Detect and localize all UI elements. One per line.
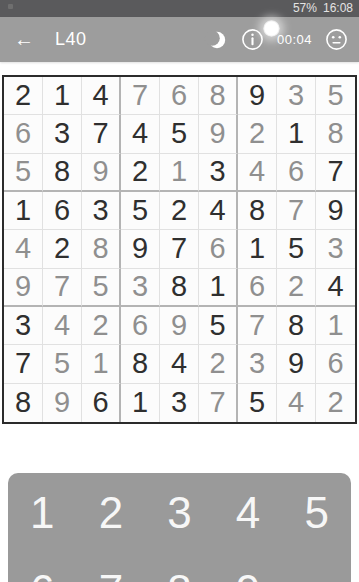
grid-cell-r3c9[interactable]: 7 [316, 154, 355, 192]
grid-cell-r6c6[interactable]: 1 [199, 269, 238, 307]
grid-cell-r8c1[interactable]: 7 [4, 345, 43, 383]
numpad-key-2[interactable]: 2 [77, 473, 146, 553]
numpad-key-8[interactable]: 8 [145, 553, 214, 582]
grid-cell-r3c7[interactable]: 4 [238, 154, 277, 192]
grid-cell-r1c3[interactable]: 4 [82, 77, 121, 115]
notification-icon [8, 4, 13, 9]
grid-cell-r8c4[interactable]: 8 [121, 345, 160, 383]
grid-cell-r1c5[interactable]: 6 [160, 77, 199, 115]
highlight-dot [263, 20, 280, 37]
grid-cell-r2c7[interactable]: 2 [238, 115, 277, 153]
grid-cell-r3c8[interactable]: 6 [277, 154, 316, 192]
grid-cell-r7c9[interactable]: 1 [316, 307, 355, 345]
grid-cell-r6c9[interactable]: 4 [316, 269, 355, 307]
grid-cell-r7c2[interactable]: 4 [43, 307, 82, 345]
numpad-key-5[interactable]: 5 [282, 473, 351, 553]
grid-cell-r1c4[interactable]: 7 [121, 77, 160, 115]
grid-cell-r5c3[interactable]: 8 [82, 230, 121, 268]
numpad-key-7[interactable]: 7 [77, 553, 146, 582]
numpad-key-4[interactable]: 4 [214, 473, 283, 553]
grid-cell-r2c1[interactable]: 6 [4, 115, 43, 153]
grid-cell-r3c2[interactable]: 8 [43, 154, 82, 192]
grid-cell-r4c1[interactable]: 1 [4, 192, 43, 230]
grid-cell-r6c4[interactable]: 3 [121, 269, 160, 307]
grid-cell-r9c3[interactable]: 6 [82, 384, 121, 422]
grid-cell-r5c4[interactable]: 9 [121, 230, 160, 268]
grid-cell-r4c2[interactable]: 6 [43, 192, 82, 230]
grid-cell-r9c8[interactable]: 4 [277, 384, 316, 422]
grid-cell-r5c6[interactable]: 6 [199, 230, 238, 268]
grid-cell-r2c3[interactable]: 7 [82, 115, 121, 153]
grid-cell-r5c5[interactable]: 7 [160, 230, 199, 268]
grid-cell-r7c5[interactable]: 9 [160, 307, 199, 345]
grid-cell-r5c1[interactable]: 4 [4, 230, 43, 268]
grid-cell-r9c7[interactable]: 5 [238, 384, 277, 422]
status-bar: 57% 16:08 [0, 0, 359, 17]
grid-cell-r1c7[interactable]: 9 [238, 77, 277, 115]
info-icon[interactable] [241, 28, 264, 51]
grid-cell-r5c8[interactable]: 5 [277, 230, 316, 268]
grid-cell-r6c8[interactable]: 2 [277, 269, 316, 307]
numpad-key-3[interactable]: 3 [145, 473, 214, 553]
grid-cell-r7c1[interactable]: 3 [4, 307, 43, 345]
clock-time: 16:08 [323, 0, 353, 17]
grid-cell-r6c1[interactable]: 9 [4, 269, 43, 307]
grid-cell-r4c8[interactable]: 7 [277, 192, 316, 230]
grid-cell-r2c2[interactable]: 3 [43, 115, 82, 153]
number-pad: 1 2 3 4 5 6 7 8 9 [8, 473, 351, 582]
smiley-icon[interactable] [325, 28, 348, 51]
grid-cell-r3c4[interactable]: 2 [121, 154, 160, 192]
grid-cell-r4c4[interactable]: 5 [121, 192, 160, 230]
grid-cell-r1c6[interactable]: 8 [199, 77, 238, 115]
grid-cell-r9c6[interactable]: 7 [199, 384, 238, 422]
numpad-key-6[interactable]: 6 [8, 553, 77, 582]
grid-cell-r4c5[interactable]: 2 [160, 192, 199, 230]
grid-cell-r5c7[interactable]: 1 [238, 230, 277, 268]
grid-cell-r9c1[interactable]: 8 [4, 384, 43, 422]
moon-icon[interactable] [204, 28, 228, 52]
back-arrow-icon[interactable]: ← [10, 26, 38, 54]
sudoku-board: 2147689356374592185892134671635248794289… [2, 75, 357, 424]
grid-cell-r5c2[interactable]: 2 [43, 230, 82, 268]
numpad-key-1[interactable]: 1 [8, 473, 77, 553]
grid-cell-r9c5[interactable]: 3 [160, 384, 199, 422]
numpad-key-9[interactable]: 9 [214, 553, 283, 582]
grid-cell-r6c7[interactable]: 6 [238, 269, 277, 307]
app-screen: 57% 16:08 ← L40 00:04 [0, 0, 359, 582]
grid-cell-r9c4[interactable]: 1 [121, 384, 160, 422]
grid-cell-r8c9[interactable]: 6 [316, 345, 355, 383]
grid-cell-r2c5[interactable]: 5 [160, 115, 199, 153]
grid-cell-r5c9[interactable]: 3 [316, 230, 355, 268]
grid-cell-r3c6[interactable]: 3 [199, 154, 238, 192]
grid-cell-r8c5[interactable]: 4 [160, 345, 199, 383]
grid-cell-r2c9[interactable]: 8 [316, 115, 355, 153]
grid-cell-r7c3[interactable]: 2 [82, 307, 121, 345]
timer: 00:04 [277, 32, 312, 47]
grid-cell-r2c8[interactable]: 1 [277, 115, 316, 153]
grid-cell-r7c7[interactable]: 7 [238, 307, 277, 345]
grid-cell-r6c2[interactable]: 7 [43, 269, 82, 307]
grid-cell-r2c4[interactable]: 4 [121, 115, 160, 153]
grid-cell-r4c3[interactable]: 3 [82, 192, 121, 230]
grid-cell-r7c6[interactable]: 5 [199, 307, 238, 345]
grid-cell-r6c3[interactable]: 5 [82, 269, 121, 307]
grid-cell-r8c3[interactable]: 1 [82, 345, 121, 383]
grid-cell-r1c1[interactable]: 2 [4, 77, 43, 115]
toolbar: ← L40 00:04 [0, 17, 359, 62]
grid-cell-r3c1[interactable]: 5 [4, 154, 43, 192]
grid-cell-r8c8[interactable]: 9 [277, 345, 316, 383]
battery-percent: 57% [293, 0, 317, 17]
grid-cell-r7c4[interactable]: 6 [121, 307, 160, 345]
numpad-key-empty [282, 553, 351, 582]
grid-cell-r8c7[interactable]: 3 [238, 345, 277, 383]
grid-cell-r9c9[interactable]: 2 [316, 384, 355, 422]
grid-cell-r1c8[interactable]: 3 [277, 77, 316, 115]
grid-cell-r8c2[interactable]: 5 [43, 345, 82, 383]
level-title: L40 [55, 29, 204, 50]
grid-cell-r7c8[interactable]: 8 [277, 307, 316, 345]
grid-cell-r2c6[interactable]: 9 [199, 115, 238, 153]
grid-cell-r9c2[interactable]: 9 [43, 384, 82, 422]
grid-cell-r1c2[interactable]: 1 [43, 77, 82, 115]
grid-cell-r8c6[interactable]: 2 [199, 345, 238, 383]
grid-cell-r3c5[interactable]: 1 [160, 154, 199, 192]
grid-cell-r4c7[interactable]: 8 [238, 192, 277, 230]
grid-cell-r4c6[interactable]: 4 [199, 192, 238, 230]
grid-cell-r3c3[interactable]: 9 [82, 154, 121, 192]
grid-cell-r6c5[interactable]: 8 [160, 269, 199, 307]
grid-cell-r1c9[interactable]: 5 [316, 77, 355, 115]
grid-cell-r4c9[interactable]: 9 [316, 192, 355, 230]
